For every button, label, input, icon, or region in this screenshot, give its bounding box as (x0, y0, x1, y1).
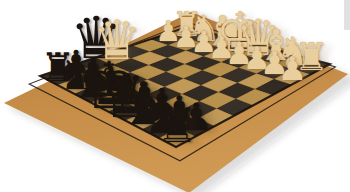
piece-white-pawn[interactable]: ♟ (278, 53, 307, 86)
piece-black-rook[interactable]: ♜ (156, 102, 198, 149)
chess-set-photo: ♜♞♝♛♚♝♞♜♟♟♟♟♟♟♟♟♟♟♟♟♟♟♟♟♜♞♝♛♚♝♞♜♛♛ (0, 0, 350, 192)
photo-edge-object (344, 0, 350, 30)
